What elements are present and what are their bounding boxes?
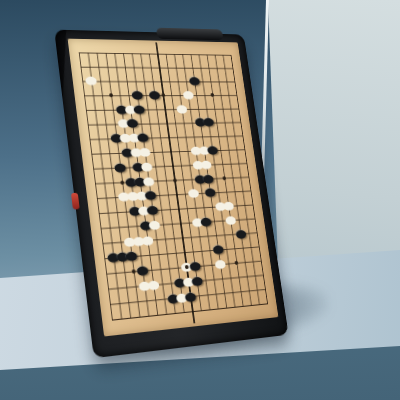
black-stone: ●: [190, 274, 204, 287]
product-photo-scene: ●●●●●●●●●●●●●●●●●●●●●●●●●●●●●●●●●●●●●●●●…: [0, 0, 400, 400]
stones-layer: ●●●●●●●●●●●●●●●●●●●●●●●●●●●●●●●●●●●●●●●●…: [78, 52, 230, 55]
white-stone: ●: [187, 187, 200, 199]
black-stone: ●: [202, 116, 215, 127]
black-stone: ●: [148, 89, 161, 100]
black-stone: ●: [132, 103, 146, 114]
star-point: [223, 176, 227, 180]
black-stone: ●: [188, 260, 202, 272]
star-point: [211, 93, 215, 97]
star-point: [184, 265, 188, 269]
star-point: [120, 180, 124, 184]
black-stone: ●: [124, 250, 138, 263]
star-point: [109, 93, 113, 97]
black-stone: ●: [203, 186, 216, 198]
white-stone: ●: [142, 175, 156, 187]
board-hinge: [156, 28, 223, 41]
white-stone: ●: [199, 158, 212, 169]
red-latch: [71, 193, 80, 210]
white-stone: ●: [146, 278, 160, 291]
black-stone: ●: [183, 290, 197, 303]
black-stone: ●: [125, 117, 139, 128]
black-stone: ●: [113, 161, 127, 173]
black-stone: ●: [143, 189, 157, 201]
black-stone: ●: [206, 144, 219, 155]
white-stone: ●: [213, 258, 226, 270]
black-stone: ●: [145, 204, 159, 216]
black-stone: ●: [135, 264, 149, 277]
star-point: [172, 178, 176, 182]
star-point: [131, 269, 135, 273]
white-stone: ●: [222, 200, 235, 212]
go-board: ●●●●●●●●●●●●●●●●●●●●●●●●●●●●●●●●●●●●●●●●…: [54, 30, 288, 359]
white-stone: ●: [140, 234, 154, 246]
white-stone: ●: [84, 74, 98, 85]
grid-lines: ●●●●●●●●●●●●●●●●●●●●●●●●●●●●●●●●●●●●●●●●…: [78, 52, 268, 321]
black-stone: ●: [201, 172, 214, 183]
black-stone: ●: [211, 243, 224, 255]
black-stone: ●: [136, 131, 150, 142]
white-stone: ●: [147, 218, 161, 230]
white-stone: ●: [138, 146, 152, 158]
white-stone: ●: [175, 103, 188, 114]
white-stone: ●: [140, 160, 154, 172]
black-stone: ●: [130, 89, 144, 100]
star-point: [161, 93, 165, 97]
white-stone: ●: [181, 89, 194, 100]
black-stone: ●: [199, 215, 212, 227]
star-point: [235, 261, 239, 265]
white-stone: ●: [224, 214, 237, 226]
black-stone: ●: [234, 227, 247, 239]
black-stone: ●: [188, 75, 201, 86]
